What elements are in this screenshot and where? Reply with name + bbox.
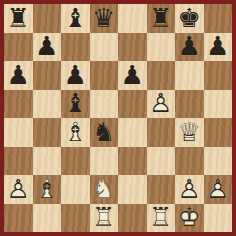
square-e7[interactable] bbox=[118, 33, 147, 62]
square-b2[interactable]: ♝♗ bbox=[33, 175, 62, 204]
piece-fill-layer: ♟ bbox=[33, 33, 62, 62]
square-e5[interactable] bbox=[118, 90, 147, 119]
piece-outline-layer: ♙ bbox=[204, 175, 233, 204]
piece-fill-layer: ♞ bbox=[90, 118, 119, 147]
square-h5[interactable] bbox=[204, 90, 233, 119]
square-b8[interactable] bbox=[33, 4, 62, 33]
white-pawn[interactable]: ♟♙ bbox=[175, 175, 204, 204]
square-b6[interactable] bbox=[33, 61, 62, 90]
piece-outline-layer: ♙ bbox=[147, 90, 176, 119]
white-knight[interactable]: ♞♘ bbox=[90, 175, 119, 204]
square-e8[interactable] bbox=[118, 4, 147, 33]
square-f8[interactable]: ♜ bbox=[147, 4, 176, 33]
piece-fill-layer: ♟ bbox=[175, 33, 204, 62]
chess-board: ♜♝♛♜♚♟♟♟♟♟♟♝♟♙♝♗♞♛♕♟♙♝♗♞♘♟♙♟♙♜♖♜♖♚♔ bbox=[4, 4, 232, 232]
square-d8[interactable]: ♛ bbox=[90, 4, 119, 33]
square-a3[interactable] bbox=[4, 147, 33, 176]
square-g6[interactable] bbox=[175, 61, 204, 90]
white-pawn[interactable]: ♟♙ bbox=[4, 175, 33, 204]
white-queen[interactable]: ♛♕ bbox=[175, 118, 204, 147]
black-bishop[interactable]: ♝ bbox=[61, 90, 90, 119]
square-h7[interactable]: ♟ bbox=[204, 33, 233, 62]
square-f5[interactable]: ♟♙ bbox=[147, 90, 176, 119]
piece-outline-layer: ♖ bbox=[90, 204, 119, 233]
square-a4[interactable] bbox=[4, 118, 33, 147]
square-c7[interactable] bbox=[61, 33, 90, 62]
square-d3[interactable] bbox=[90, 147, 119, 176]
piece-outline-layer: ♗ bbox=[61, 118, 90, 147]
black-knight[interactable]: ♞ bbox=[90, 118, 119, 147]
black-queen[interactable]: ♛ bbox=[90, 4, 119, 33]
black-pawn[interactable]: ♟ bbox=[204, 33, 233, 62]
piece-fill-layer: ♚ bbox=[175, 4, 204, 33]
square-c4[interactable]: ♝♗ bbox=[61, 118, 90, 147]
square-b4[interactable] bbox=[33, 118, 62, 147]
square-a5[interactable] bbox=[4, 90, 33, 119]
piece-fill-layer: ♝ bbox=[61, 4, 90, 33]
square-f1[interactable]: ♜♖ bbox=[147, 204, 176, 233]
square-e6[interactable]: ♟ bbox=[118, 61, 147, 90]
piece-outline-layer: ♙ bbox=[175, 175, 204, 204]
square-d4[interactable]: ♞ bbox=[90, 118, 119, 147]
square-a2[interactable]: ♟♙ bbox=[4, 175, 33, 204]
square-e2[interactable] bbox=[118, 175, 147, 204]
square-f6[interactable] bbox=[147, 61, 176, 90]
square-f3[interactable] bbox=[147, 147, 176, 176]
white-pawn[interactable]: ♟♙ bbox=[147, 90, 176, 119]
piece-fill-layer: ♟ bbox=[61, 61, 90, 90]
square-a6[interactable]: ♟ bbox=[4, 61, 33, 90]
chess-board-frame: ♜♝♛♜♚♟♟♟♟♟♟♝♟♙♝♗♞♛♕♟♙♝♗♞♘♟♙♟♙♜♖♜♖♚♔ bbox=[0, 0, 236, 236]
piece-outline-layer: ♕ bbox=[175, 118, 204, 147]
piece-fill-layer: ♟ bbox=[118, 61, 147, 90]
white-rook[interactable]: ♜♖ bbox=[90, 204, 119, 233]
square-h6[interactable] bbox=[204, 61, 233, 90]
square-c8[interactable]: ♝ bbox=[61, 4, 90, 33]
piece-fill-layer: ♛ bbox=[90, 4, 119, 33]
square-g2[interactable]: ♟♙ bbox=[175, 175, 204, 204]
piece-outline-layer: ♖ bbox=[147, 204, 176, 233]
square-a7[interactable] bbox=[4, 33, 33, 62]
black-rook[interactable]: ♜ bbox=[4, 4, 33, 33]
piece-outline-layer: ♔ bbox=[175, 204, 204, 233]
black-king[interactable]: ♚ bbox=[175, 4, 204, 33]
square-h3[interactable] bbox=[204, 147, 233, 176]
piece-fill-layer: ♝ bbox=[61, 90, 90, 119]
square-g8[interactable]: ♚ bbox=[175, 4, 204, 33]
black-rook[interactable]: ♜ bbox=[147, 4, 176, 33]
square-e1[interactable] bbox=[118, 204, 147, 233]
square-f7[interactable] bbox=[147, 33, 176, 62]
black-pawn[interactable]: ♟ bbox=[61, 61, 90, 90]
square-g3[interactable] bbox=[175, 147, 204, 176]
square-f4[interactable] bbox=[147, 118, 176, 147]
piece-fill-layer: ♜ bbox=[4, 4, 33, 33]
white-king[interactable]: ♚♔ bbox=[175, 204, 204, 233]
piece-fill-layer: ♟ bbox=[204, 33, 233, 62]
square-d1[interactable]: ♜♖ bbox=[90, 204, 119, 233]
square-c2[interactable] bbox=[61, 175, 90, 204]
square-h1[interactable] bbox=[204, 204, 233, 233]
piece-outline-layer: ♙ bbox=[4, 175, 33, 204]
white-bishop[interactable]: ♝♗ bbox=[61, 118, 90, 147]
square-c1[interactable] bbox=[61, 204, 90, 233]
piece-fill-layer: ♜ bbox=[147, 4, 176, 33]
piece-outline-layer: ♗ bbox=[33, 175, 62, 204]
square-g1[interactable]: ♚♔ bbox=[175, 204, 204, 233]
square-d2[interactable]: ♞♘ bbox=[90, 175, 119, 204]
square-c5[interactable]: ♝ bbox=[61, 90, 90, 119]
black-pawn[interactable]: ♟ bbox=[33, 33, 62, 62]
white-pawn[interactable]: ♟♙ bbox=[204, 175, 233, 204]
square-e4[interactable] bbox=[118, 118, 147, 147]
square-b3[interactable] bbox=[33, 147, 62, 176]
square-g5[interactable] bbox=[175, 90, 204, 119]
black-pawn[interactable]: ♟ bbox=[175, 33, 204, 62]
square-g7[interactable]: ♟ bbox=[175, 33, 204, 62]
square-a1[interactable] bbox=[4, 204, 33, 233]
black-pawn[interactable]: ♟ bbox=[4, 61, 33, 90]
square-b1[interactable] bbox=[33, 204, 62, 233]
piece-fill-layer: ♟ bbox=[4, 61, 33, 90]
square-a8[interactable]: ♜ bbox=[4, 4, 33, 33]
square-h8[interactable] bbox=[204, 4, 233, 33]
white-rook[interactable]: ♜♖ bbox=[147, 204, 176, 233]
black-bishop[interactable]: ♝ bbox=[61, 4, 90, 33]
square-b5[interactable] bbox=[33, 90, 62, 119]
piece-outline-layer: ♘ bbox=[90, 175, 119, 204]
square-b7[interactable]: ♟ bbox=[33, 33, 62, 62]
square-g4[interactable]: ♛♕ bbox=[175, 118, 204, 147]
black-pawn[interactable]: ♟ bbox=[118, 61, 147, 90]
square-h4[interactable] bbox=[204, 118, 233, 147]
white-bishop[interactable]: ♝♗ bbox=[33, 175, 62, 204]
square-c3[interactable] bbox=[61, 147, 90, 176]
square-d7[interactable] bbox=[90, 33, 119, 62]
square-c6[interactable]: ♟ bbox=[61, 61, 90, 90]
square-d5[interactable] bbox=[90, 90, 119, 119]
square-f2[interactable] bbox=[147, 175, 176, 204]
square-d6[interactable] bbox=[90, 61, 119, 90]
square-h2[interactable]: ♟♙ bbox=[204, 175, 233, 204]
square-e3[interactable] bbox=[118, 147, 147, 176]
